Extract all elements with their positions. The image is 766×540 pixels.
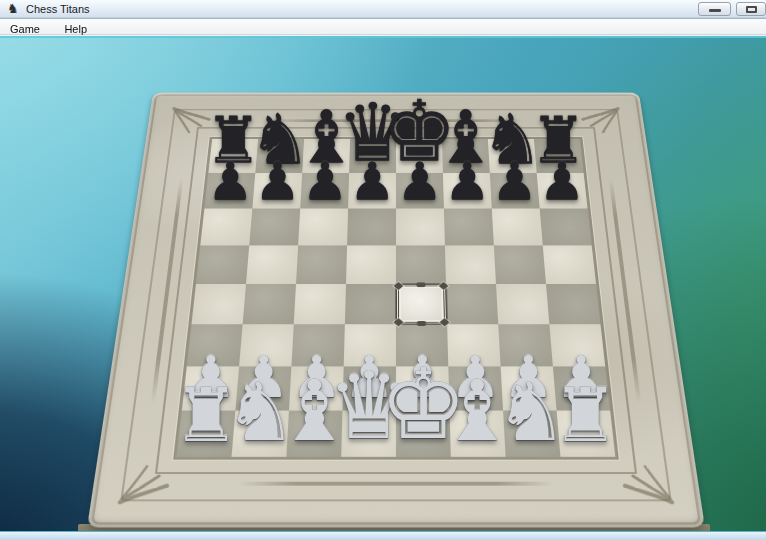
square-g5[interactable] <box>494 245 546 284</box>
piece-black-pawn-b7[interactable]: ♟ <box>254 156 300 208</box>
square-f6[interactable] <box>444 209 494 246</box>
square-d5[interactable] <box>346 245 396 284</box>
square-c5[interactable] <box>296 245 347 284</box>
square-a4[interactable] <box>192 284 246 324</box>
square-h5[interactable] <box>543 245 596 284</box>
window-title: Chess Titans <box>26 2 90 16</box>
piece-black-pawn-d7[interactable]: ♟ <box>349 156 395 208</box>
piece-black-pawn-f7[interactable]: ♟ <box>444 156 490 208</box>
square-b6[interactable] <box>249 209 300 246</box>
square-g6[interactable] <box>492 209 543 246</box>
square-f5[interactable] <box>445 245 496 284</box>
app-knight-icon: ♞ <box>7 1 19 17</box>
piece-black-pawn-h7[interactable]: ♟ <box>539 156 585 208</box>
square-d6[interactable] <box>347 209 396 246</box>
window-bottom-border <box>0 531 766 540</box>
square-b5[interactable] <box>246 245 298 284</box>
square-a5[interactable] <box>196 245 249 284</box>
menu-bar: Game Help <box>0 19 766 35</box>
square-h4[interactable] <box>546 284 600 324</box>
piece-black-pawn-c7[interactable]: ♟ <box>302 156 348 208</box>
square-d4[interactable] <box>345 284 396 324</box>
square-c6[interactable] <box>298 209 348 246</box>
maximize-icon <box>746 6 757 13</box>
piece-black-pawn-a7[interactable]: ♟ <box>207 156 253 208</box>
maximize-button[interactable] <box>736 2 766 16</box>
border-inlay-line <box>238 482 554 486</box>
minimize-icon <box>709 9 721 12</box>
piece-black-pawn-e7[interactable]: ♟ <box>396 156 442 208</box>
square-g4[interactable] <box>496 284 549 324</box>
square-e5[interactable] <box>396 245 446 284</box>
square-c4[interactable] <box>294 284 346 324</box>
menu-game[interactable]: Game <box>0 21 50 37</box>
square-highlight-frame-e4 <box>396 284 447 324</box>
title-bar[interactable]: ♞ Chess Titans <box>0 0 766 18</box>
piece-black-pawn-g7[interactable]: ♟ <box>491 156 537 208</box>
square-b4[interactable] <box>243 284 296 324</box>
square-a6[interactable] <box>200 209 252 246</box>
square-f4[interactable] <box>446 284 498 324</box>
menu-help[interactable]: Help <box>54 21 97 37</box>
minimize-button[interactable] <box>698 2 731 16</box>
piece-white-rook-h1[interactable]: ♜ <box>552 378 619 452</box>
square-e6[interactable] <box>396 209 445 246</box>
chess-titans-window: ♞ Chess Titans Game Help <box>0 0 766 540</box>
square-h6[interactable] <box>540 209 592 246</box>
